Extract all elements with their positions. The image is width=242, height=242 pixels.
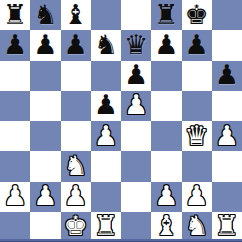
piece-black-king[interactable]: ♚ <box>185 1 209 28</box>
square-a5[interactable] <box>0 91 30 121</box>
piece-white-rook[interactable]: ♜ <box>94 212 118 239</box>
piece-white-pawn[interactable]: ♟ <box>154 182 178 209</box>
square-c4[interactable] <box>61 121 91 151</box>
square-g1[interactable]: ♞ <box>182 212 212 242</box>
square-f4[interactable] <box>151 121 181 151</box>
square-h8[interactable] <box>212 0 242 30</box>
square-e1[interactable] <box>121 212 151 242</box>
piece-white-bishop[interactable]: ♝ <box>154 212 178 239</box>
square-d5[interactable]: ♟ <box>91 91 121 121</box>
square-f8[interactable]: ♜ <box>151 0 181 30</box>
square-h4[interactable]: ♟ <box>212 121 242 151</box>
square-f6[interactable] <box>151 61 181 91</box>
square-h3[interactable] <box>212 151 242 181</box>
square-f7[interactable]: ♟ <box>151 30 181 60</box>
square-a7[interactable]: ♟ <box>0 30 30 60</box>
piece-white-pawn[interactable]: ♟ <box>33 182 57 209</box>
square-g4[interactable]: ♛ <box>182 121 212 151</box>
square-b5[interactable] <box>30 91 60 121</box>
square-d7[interactable]: ♞ <box>91 30 121 60</box>
piece-black-pawn[interactable]: ♟ <box>124 61 148 88</box>
square-e7[interactable]: ♛ <box>121 30 151 60</box>
piece-white-pawn[interactable]: ♟ <box>215 122 239 149</box>
chess-board-grid: ♜♞♝♜♚♟♟♟♞♛♟♟♟♟♟♟♟♛♟♞♟♟♟♟♟♚♜♝♞♜ <box>0 0 242 242</box>
square-h6[interactable]: ♟ <box>212 61 242 91</box>
square-c5[interactable] <box>61 91 91 121</box>
square-b6[interactable] <box>30 61 60 91</box>
piece-white-knight[interactable]: ♞ <box>185 212 209 239</box>
piece-white-pawn[interactable]: ♟ <box>124 91 148 118</box>
square-h5[interactable] <box>212 91 242 121</box>
piece-black-rook[interactable]: ♜ <box>3 1 27 28</box>
piece-white-pawn[interactable]: ♟ <box>64 182 88 209</box>
square-d2[interactable] <box>91 182 121 212</box>
square-b7[interactable]: ♟ <box>30 30 60 60</box>
piece-white-pawn[interactable]: ♟ <box>3 182 27 209</box>
square-c8[interactable]: ♝ <box>61 0 91 30</box>
piece-black-queen[interactable]: ♛ <box>124 31 148 58</box>
piece-black-pawn[interactable]: ♟ <box>185 31 209 58</box>
piece-black-pawn[interactable]: ♟ <box>154 31 178 58</box>
piece-white-knight[interactable]: ♞ <box>64 152 88 179</box>
piece-black-pawn[interactable]: ♟ <box>33 31 57 58</box>
piece-black-knight[interactable]: ♞ <box>33 1 57 28</box>
square-a1[interactable] <box>0 212 30 242</box>
piece-white-pawn[interactable]: ♟ <box>185 182 209 209</box>
square-e8[interactable] <box>121 0 151 30</box>
square-b8[interactable]: ♞ <box>30 0 60 30</box>
square-a4[interactable] <box>0 121 30 151</box>
piece-black-pawn[interactable]: ♟ <box>3 31 27 58</box>
square-g2[interactable]: ♟ <box>182 182 212 212</box>
square-a6[interactable] <box>0 61 30 91</box>
square-e5[interactable]: ♟ <box>121 91 151 121</box>
square-g6[interactable] <box>182 61 212 91</box>
square-e6[interactable]: ♟ <box>121 61 151 91</box>
piece-black-bishop[interactable]: ♝ <box>64 1 88 28</box>
piece-white-rook[interactable]: ♜ <box>215 212 239 239</box>
square-d6[interactable] <box>91 61 121 91</box>
square-a3[interactable] <box>0 151 30 181</box>
square-c1[interactable]: ♚ <box>61 212 91 242</box>
square-g3[interactable] <box>182 151 212 181</box>
square-c6[interactable] <box>61 61 91 91</box>
square-b4[interactable] <box>30 121 60 151</box>
square-d3[interactable] <box>91 151 121 181</box>
square-e3[interactable] <box>121 151 151 181</box>
piece-black-rook[interactable]: ♜ <box>154 1 178 28</box>
square-c7[interactable]: ♟ <box>61 30 91 60</box>
square-g8[interactable]: ♚ <box>182 0 212 30</box>
square-a8[interactable]: ♜ <box>0 0 30 30</box>
square-f1[interactable]: ♝ <box>151 212 181 242</box>
piece-white-king[interactable]: ♚ <box>64 212 88 239</box>
square-b1[interactable] <box>30 212 60 242</box>
square-f3[interactable] <box>151 151 181 181</box>
square-f5[interactable] <box>151 91 181 121</box>
chess-board: ♜♞♝♜♚♟♟♟♞♛♟♟♟♟♟♟♟♛♟♞♟♟♟♟♟♚♜♝♞♜ <box>0 0 242 242</box>
piece-black-pawn[interactable]: ♟ <box>64 31 88 58</box>
square-h7[interactable] <box>212 30 242 60</box>
piece-black-pawn[interactable]: ♟ <box>215 61 239 88</box>
square-d4[interactable]: ♟ <box>91 121 121 151</box>
square-b3[interactable] <box>30 151 60 181</box>
square-d1[interactable]: ♜ <box>91 212 121 242</box>
piece-white-pawn[interactable]: ♟ <box>94 122 118 149</box>
square-c2[interactable]: ♟ <box>61 182 91 212</box>
square-h1[interactable]: ♜ <box>212 212 242 242</box>
square-b2[interactable]: ♟ <box>30 182 60 212</box>
square-g7[interactable]: ♟ <box>182 30 212 60</box>
square-f2[interactable]: ♟ <box>151 182 181 212</box>
square-e2[interactable] <box>121 182 151 212</box>
square-c3[interactable]: ♞ <box>61 151 91 181</box>
piece-white-queen[interactable]: ♛ <box>185 122 209 149</box>
square-d8[interactable] <box>91 0 121 30</box>
square-e4[interactable] <box>121 121 151 151</box>
piece-black-knight[interactable]: ♞ <box>94 31 118 58</box>
piece-black-pawn[interactable]: ♟ <box>94 91 118 118</box>
square-g5[interactable] <box>182 91 212 121</box>
square-a2[interactable]: ♟ <box>0 182 30 212</box>
square-h2[interactable] <box>212 182 242 212</box>
